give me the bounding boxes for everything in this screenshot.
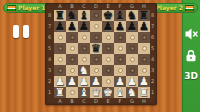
square-f7[interactable]: ♟ xyxy=(114,21,126,32)
coordinate-label: 1 xyxy=(46,87,53,98)
square-e1[interactable]: ♚ xyxy=(102,87,114,98)
square-e5[interactable] xyxy=(102,43,114,54)
square-g3[interactable] xyxy=(126,65,138,76)
square-center-dot xyxy=(94,13,99,18)
coordinate-label: 6 xyxy=(149,32,156,43)
square-f4[interactable] xyxy=(114,54,126,65)
white-rook-icon: ♜ xyxy=(139,87,149,98)
player1-flag-icon xyxy=(7,5,16,12)
square-f6[interactable] xyxy=(114,32,126,43)
sound-mute-button[interactable] xyxy=(184,27,198,41)
square-center-dot xyxy=(118,46,123,51)
white-knight-icon: ♞ xyxy=(127,87,137,98)
square-center-dot xyxy=(82,46,87,51)
square-center-dot xyxy=(94,57,99,62)
chess-board: ABCDEFGH ABCDEFGH 87654321 87654321 ♜♞♝♚… xyxy=(45,3,157,105)
square-f2[interactable]: ♟ xyxy=(114,76,126,87)
black-bishop-icon: ♝ xyxy=(79,10,89,21)
sound-muted-icon xyxy=(185,28,198,40)
coordinate-label: E xyxy=(102,99,114,104)
player2-flag-icon xyxy=(185,5,194,12)
square-center-dot xyxy=(118,57,123,62)
square-d5[interactable]: ♛ xyxy=(90,43,102,54)
square-g4[interactable] xyxy=(126,54,138,65)
coordinate-label: 4 xyxy=(149,54,156,65)
square-center-dot xyxy=(94,24,99,29)
square-d6[interactable] xyxy=(90,32,102,43)
square-d1[interactable]: ♛ xyxy=(90,87,102,98)
coordinate-label: 7 xyxy=(46,21,53,32)
coordinate-label: D xyxy=(90,4,102,9)
square-center-dot xyxy=(130,68,135,73)
square-h3[interactable] xyxy=(138,65,150,76)
black-pawn-icon: ♟ xyxy=(103,21,113,32)
square-h8[interactable]: ♜ xyxy=(138,10,150,21)
square-center-dot xyxy=(70,57,75,62)
square-center-dot xyxy=(106,79,111,84)
square-center-dot xyxy=(58,46,63,51)
white-rook-icon: ♜ xyxy=(55,87,65,98)
square-center-dot xyxy=(58,57,63,62)
pause-button[interactable] xyxy=(11,25,31,38)
white-queen-icon: ♛ xyxy=(91,87,101,98)
square-h6[interactable] xyxy=(138,32,150,43)
square-center-dot xyxy=(70,68,75,73)
square-g8[interactable]: ♞ xyxy=(126,10,138,21)
square-b3[interactable] xyxy=(66,65,78,76)
square-center-dot xyxy=(70,46,75,51)
black-king-icon: ♚ xyxy=(103,10,113,21)
black-pawn-icon: ♟ xyxy=(67,21,77,32)
coordinate-label: 5 xyxy=(149,43,156,54)
square-center-dot xyxy=(70,90,75,95)
square-e2[interactable] xyxy=(102,76,114,87)
square-d7[interactable] xyxy=(90,21,102,32)
coordinate-label: C xyxy=(78,4,90,9)
square-b8[interactable]: ♞ xyxy=(66,10,78,21)
square-center-dot xyxy=(142,68,147,73)
square-a7[interactable]: ♟ xyxy=(54,21,66,32)
square-center-dot xyxy=(106,68,111,73)
square-center-dot xyxy=(58,68,63,73)
square-center-dot xyxy=(106,46,111,51)
pause-icon xyxy=(13,25,19,38)
coordinate-label: H xyxy=(138,99,150,104)
coordinate-label: H xyxy=(138,4,150,9)
square-center-dot xyxy=(70,35,75,40)
coordinate-label: E xyxy=(102,4,114,9)
square-h7[interactable]: ♟ xyxy=(138,21,150,32)
coordinate-label: 2 xyxy=(149,76,156,87)
square-d3[interactable] xyxy=(90,65,102,76)
coordinate-label: D xyxy=(90,99,102,104)
square-c7[interactable]: ♟ xyxy=(78,21,90,32)
square-e3[interactable] xyxy=(102,65,114,76)
file-labels-bottom: ABCDEFGH xyxy=(54,99,150,104)
square-h4[interactable] xyxy=(138,54,150,65)
view-3d-button[interactable]: 3D xyxy=(184,69,198,83)
square-center-dot xyxy=(118,35,123,40)
black-knight-icon: ♞ xyxy=(127,10,137,21)
white-pawn-icon: ♟ xyxy=(79,76,89,87)
square-center-dot xyxy=(130,57,135,62)
white-bishop-icon: ♝ xyxy=(79,87,89,98)
player1-badge: Player 1 xyxy=(3,3,51,13)
square-center-dot xyxy=(94,68,99,73)
square-h1[interactable]: ♜ xyxy=(138,87,150,98)
square-d8[interactable] xyxy=(90,10,102,21)
white-pawn-icon: ♟ xyxy=(55,76,65,87)
square-h2[interactable]: ♟ xyxy=(138,76,150,87)
coordinate-label: 4 xyxy=(46,54,53,65)
view-3d-label: 3D xyxy=(184,72,198,81)
square-e7[interactable]: ♟ xyxy=(102,21,114,32)
white-bishop-icon: ♝ xyxy=(115,87,125,98)
board-grid: ♜♞♝♚♝♞♜♟♟♟♟♟♟♟♛♞♟♟♟♟♟♟♟♜♝♛♚♝♞♜ xyxy=(54,10,150,98)
square-a1[interactable]: ♜ xyxy=(54,87,66,98)
square-a4[interactable] xyxy=(54,54,66,65)
player2-name: Player 2 xyxy=(155,5,183,11)
square-c8[interactable]: ♝ xyxy=(78,10,90,21)
coordinate-label: A xyxy=(54,99,66,104)
white-knight-icon: ♞ xyxy=(79,65,89,76)
square-center-dot xyxy=(130,35,135,40)
coordinate-label: C xyxy=(78,99,90,104)
square-c4[interactable] xyxy=(78,54,90,65)
square-c6[interactable] xyxy=(78,32,90,43)
square-center-dot xyxy=(142,35,147,40)
square-a6[interactable] xyxy=(54,32,66,43)
square-e6[interactable] xyxy=(102,32,114,43)
square-a3[interactable] xyxy=(54,65,66,76)
square-c5[interactable] xyxy=(78,43,90,54)
square-e8[interactable]: ♚ xyxy=(102,10,114,21)
square-center-dot xyxy=(82,57,87,62)
square-f3[interactable] xyxy=(114,65,126,76)
white-pawn-icon: ♟ xyxy=(115,76,125,87)
black-rook-icon: ♜ xyxy=(139,10,149,21)
lock-button[interactable] xyxy=(184,48,198,62)
coordinate-label: 2 xyxy=(46,76,53,87)
square-center-dot xyxy=(118,68,123,73)
square-center-dot xyxy=(82,35,87,40)
coordinate-label: B xyxy=(66,99,78,104)
square-e4[interactable] xyxy=(102,54,114,65)
square-center-dot xyxy=(94,35,99,40)
square-b5[interactable] xyxy=(66,43,78,54)
white-king-icon: ♚ xyxy=(103,87,113,98)
square-f5[interactable] xyxy=(114,43,126,54)
coordinate-label: F xyxy=(114,99,126,104)
coordinate-label: 6 xyxy=(46,32,53,43)
square-g2[interactable]: ♟ xyxy=(126,76,138,87)
square-center-dot xyxy=(130,46,135,51)
coordinate-label: 1 xyxy=(149,87,156,98)
coordinate-label: 8 xyxy=(46,10,53,21)
black-bishop-icon: ♝ xyxy=(115,10,125,21)
black-rook-icon: ♜ xyxy=(55,10,65,21)
square-a8[interactable]: ♜ xyxy=(54,10,66,21)
rank-labels-right: 87654321 xyxy=(149,10,156,98)
black-pawn-icon: ♟ xyxy=(79,21,89,32)
square-c2[interactable]: ♟ xyxy=(78,76,90,87)
square-f1[interactable]: ♝ xyxy=(114,87,126,98)
square-center-dot xyxy=(142,46,147,51)
lock-icon xyxy=(185,49,197,62)
rank-labels-left: 87654321 xyxy=(46,10,53,98)
coordinate-label: B xyxy=(66,4,78,9)
square-c1[interactable]: ♝ xyxy=(78,87,90,98)
black-pawn-icon: ♟ xyxy=(55,21,65,32)
black-pawn-icon: ♟ xyxy=(127,21,137,32)
file-labels-top: ABCDEFGH xyxy=(54,4,150,9)
black-pawn-icon: ♟ xyxy=(139,21,149,32)
square-g7[interactable]: ♟ xyxy=(126,21,138,32)
square-center-dot xyxy=(58,35,63,40)
black-knight-icon: ♞ xyxy=(67,10,77,21)
square-d4[interactable] xyxy=(90,54,102,65)
square-f8[interactable]: ♝ xyxy=(114,10,126,21)
square-b7[interactable]: ♟ xyxy=(66,21,78,32)
square-a5[interactable] xyxy=(54,43,66,54)
white-pawn-icon: ♟ xyxy=(67,76,77,87)
square-center-dot xyxy=(142,57,147,62)
square-c3[interactable]: ♞ xyxy=(78,65,90,76)
pause-icon xyxy=(23,25,29,38)
square-b1[interactable] xyxy=(66,87,78,98)
coordinate-label: G xyxy=(126,4,138,9)
black-pawn-icon: ♟ xyxy=(115,21,125,32)
square-center-dot xyxy=(106,35,111,40)
square-b6[interactable] xyxy=(66,32,78,43)
coordinate-label: G xyxy=(126,99,138,104)
square-g6[interactable] xyxy=(126,32,138,43)
player1-name: Player 1 xyxy=(18,5,46,11)
coordinate-label: 8 xyxy=(149,10,156,21)
square-g1[interactable]: ♞ xyxy=(126,87,138,98)
white-pawn-icon: ♟ xyxy=(127,76,137,87)
square-d2[interactable]: ♟ xyxy=(90,76,102,87)
coordinate-label: 5 xyxy=(46,43,53,54)
black-queen-icon: ♛ xyxy=(91,43,101,54)
coordinate-label: 3 xyxy=(46,65,53,76)
coordinate-label: F xyxy=(114,4,126,9)
square-h5[interactable] xyxy=(138,43,150,54)
white-pawn-icon: ♟ xyxy=(139,76,149,87)
coordinate-label: A xyxy=(54,4,66,9)
white-pawn-icon: ♟ xyxy=(91,76,101,87)
square-a2[interactable]: ♟ xyxy=(54,76,66,87)
square-b4[interactable] xyxy=(66,54,78,65)
coordinate-label: 3 xyxy=(149,65,156,76)
square-center-dot xyxy=(106,57,111,62)
square-b2[interactable]: ♟ xyxy=(66,76,78,87)
coordinate-label: 7 xyxy=(149,21,156,32)
square-g5[interactable] xyxy=(126,43,138,54)
